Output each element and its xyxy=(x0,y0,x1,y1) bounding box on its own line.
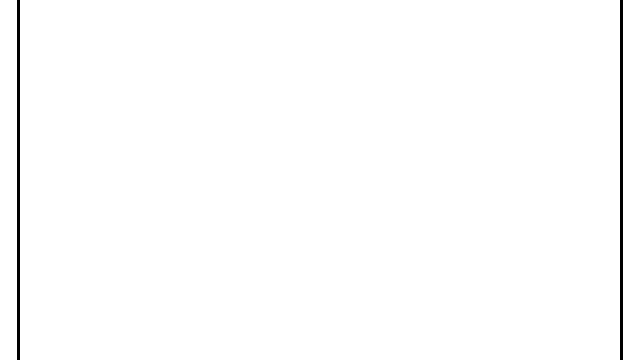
chess-board xyxy=(17,0,623,360)
chess-board-grid xyxy=(20,0,620,360)
board-viewport xyxy=(0,0,640,360)
